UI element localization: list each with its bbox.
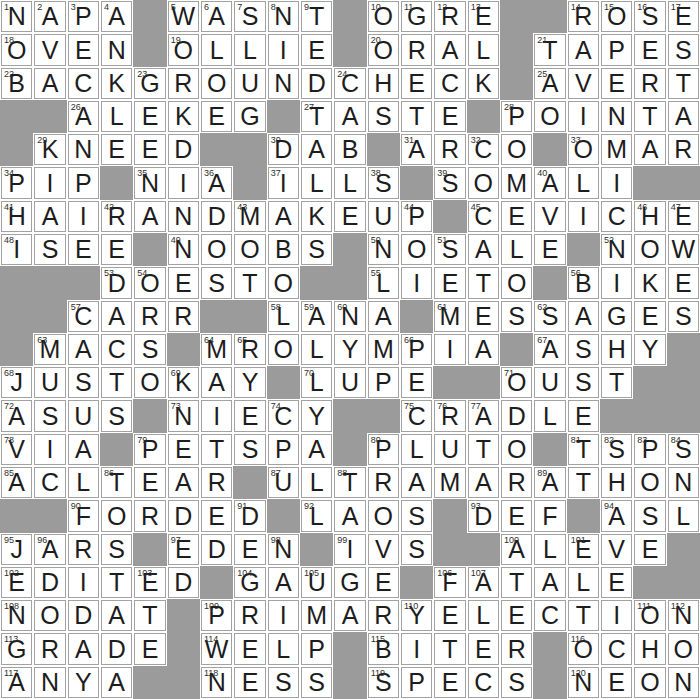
grid-cell-r15c2[interactable]: C xyxy=(34,467,65,498)
grid-cell-r13c14[interactable]: 76R xyxy=(434,400,465,431)
grid-cell-r4c21[interactable]: A xyxy=(668,101,699,132)
grid-cell-r18c19[interactable]: E xyxy=(601,567,632,598)
grid-cell-r14c1[interactable]: 78V xyxy=(1,434,32,465)
grid-cell-r19c11[interactable]: A xyxy=(334,600,365,631)
grid-cell-r4c11[interactable]: A xyxy=(334,101,365,132)
grid-cell-r4c4[interactable]: L xyxy=(101,101,132,132)
grid-cell-r8c8[interactable]: O xyxy=(234,234,265,265)
grid-cell-r21c19[interactable]: E xyxy=(601,667,632,698)
grid-cell-r3c6[interactable]: R xyxy=(168,68,199,99)
grid-cell-r18c6[interactable]: D xyxy=(168,567,199,598)
grid-cell-r15c10[interactable]: L xyxy=(301,467,332,498)
grid-cell-r1c10[interactable]: 9T xyxy=(301,1,332,32)
grid-cell-r20c14[interactable]: T xyxy=(434,633,465,664)
grid-cell-r2c17[interactable]: 21T xyxy=(534,34,565,65)
grid-cell-r12c16[interactable]: 71O xyxy=(501,367,532,398)
grid-cell-r12c18[interactable]: S xyxy=(568,367,599,398)
grid-cell-r10c3[interactable]: 57C xyxy=(68,301,99,332)
grid-cell-r11c10[interactable]: L xyxy=(301,334,332,365)
grid-cell-r5c19[interactable]: M xyxy=(601,134,632,165)
grid-cell-r10c20[interactable]: E xyxy=(634,301,665,332)
grid-cell-r4c17[interactable]: O xyxy=(534,101,565,132)
grid-cell-r12c1[interactable]: 68J xyxy=(1,367,32,398)
grid-cell-r20c1[interactable]: 113G xyxy=(1,633,32,664)
grid-cell-r13c17[interactable]: L xyxy=(534,400,565,431)
grid-cell-r20c12[interactable]: 115B xyxy=(368,633,399,664)
grid-cell-r12c17[interactable]: U xyxy=(534,367,565,398)
grid-cell-r5c20[interactable]: A xyxy=(634,134,665,165)
grid-cell-r4c16[interactable]: 28P xyxy=(501,101,532,132)
grid-cell-r4c14[interactable]: E xyxy=(434,101,465,132)
grid-cell-r17c13[interactable]: S xyxy=(401,534,432,565)
grid-cell-r1c9[interactable]: 8N xyxy=(268,1,299,32)
grid-cell-r7c3[interactable]: I xyxy=(68,201,99,232)
grid-cell-r2c6[interactable]: 19O xyxy=(168,34,199,65)
grid-cell-r4c7[interactable]: E xyxy=(201,101,232,132)
grid-cell-r8c12[interactable]: 50N xyxy=(368,234,399,265)
grid-cell-r17c17[interactable]: L xyxy=(534,534,565,565)
grid-cell-r5c6[interactable]: D xyxy=(168,134,199,165)
grid-cell-r11c15[interactable]: A xyxy=(468,334,499,365)
grid-cell-r14c10[interactable]: A xyxy=(301,434,332,465)
grid-cell-r16c20[interactable]: S xyxy=(634,500,665,531)
grid-cell-r3c2[interactable]: A xyxy=(34,68,65,99)
grid-cell-r17c7[interactable]: D xyxy=(201,534,232,565)
grid-cell-r8c1[interactable]: 48I xyxy=(1,234,32,265)
grid-cell-r9c7[interactable]: S xyxy=(201,267,232,298)
grid-cell-r17c3[interactable]: R xyxy=(68,534,99,565)
grid-cell-r17c19[interactable]: V xyxy=(601,534,632,565)
grid-cell-r9c20[interactable]: K xyxy=(634,267,665,298)
grid-cell-r13c15[interactable]: 77A xyxy=(468,400,499,431)
grid-cell-r20c3[interactable]: A xyxy=(68,633,99,664)
grid-cell-r12c4[interactable]: T xyxy=(101,367,132,398)
grid-cell-r18c10[interactable]: 105U xyxy=(301,567,332,598)
grid-cell-r19c9[interactable]: I xyxy=(268,600,299,631)
grid-cell-r17c11[interactable]: 99I xyxy=(334,534,365,565)
grid-cell-r2c14[interactable]: A xyxy=(434,34,465,65)
grid-cell-r8c20[interactable]: O xyxy=(634,234,665,265)
grid-cell-r7c5[interactable]: A xyxy=(134,201,165,232)
grid-cell-r14c6[interactable]: E xyxy=(168,434,199,465)
grid-cell-r3c1[interactable]: 22B xyxy=(1,68,32,99)
grid-cell-r15c12[interactable]: R xyxy=(368,467,399,498)
grid-cell-r18c18[interactable]: L xyxy=(568,567,599,598)
grid-cell-r20c16[interactable]: R xyxy=(501,633,532,664)
grid-cell-r8c17[interactable]: E xyxy=(534,234,565,265)
grid-cell-r21c8[interactable]: E xyxy=(234,667,265,698)
grid-cell-r2c2[interactable]: V xyxy=(34,34,65,65)
grid-cell-r14c7[interactable]: T xyxy=(201,434,232,465)
grid-cell-r1c1[interactable]: 1N xyxy=(1,1,32,32)
grid-cell-r9c18[interactable]: 56B xyxy=(568,267,599,298)
grid-cell-r13c6[interactable]: 73N xyxy=(168,400,199,431)
grid-cell-r2c9[interactable]: I xyxy=(268,34,299,65)
grid-cell-r16c19[interactable]: 94A xyxy=(601,500,632,531)
grid-cell-r14c8[interactable]: S xyxy=(234,434,265,465)
grid-cell-r15c17[interactable]: 89A xyxy=(534,467,565,498)
grid-cell-r14c9[interactable]: P xyxy=(268,434,299,465)
grid-cell-r13c8[interactable]: E xyxy=(234,400,265,431)
grid-cell-r8c13[interactable]: O xyxy=(401,234,432,265)
grid-cell-r21c14[interactable]: E xyxy=(434,667,465,698)
grid-cell-r5c9[interactable]: 30D xyxy=(268,134,299,165)
grid-cell-r11c11[interactable]: Y xyxy=(334,334,365,365)
grid-cell-r5c4[interactable]: E xyxy=(101,134,132,165)
grid-cell-r7c6[interactable]: N xyxy=(168,201,199,232)
grid-cell-r11c20[interactable]: Y xyxy=(634,334,665,365)
grid-cell-r1c2[interactable]: 2A xyxy=(34,1,65,32)
grid-cell-r6c12[interactable]: 38S xyxy=(368,167,399,198)
grid-cell-r18c16[interactable]: T xyxy=(501,567,532,598)
grid-cell-r5c5[interactable]: E xyxy=(134,134,165,165)
grid-cell-r3c21[interactable]: T xyxy=(668,68,699,99)
grid-cell-r11c14[interactable]: I xyxy=(434,334,465,365)
grid-cell-r15c6[interactable]: A xyxy=(168,467,199,498)
grid-cell-r21c10[interactable]: S xyxy=(301,667,332,698)
grid-cell-r10c12[interactable]: A xyxy=(368,301,399,332)
grid-cell-r7c13[interactable]: 44P xyxy=(401,201,432,232)
grid-cell-r16c6[interactable]: D xyxy=(168,500,199,531)
grid-cell-r3c9[interactable]: N xyxy=(268,68,299,99)
grid-cell-r19c20[interactable]: 111O xyxy=(634,600,665,631)
grid-cell-r2c8[interactable]: L xyxy=(234,34,265,65)
grid-cell-r10c11[interactable]: 60N xyxy=(334,301,365,332)
grid-cell-r13c18[interactable]: E xyxy=(568,400,599,431)
grid-cell-r5c21[interactable]: R xyxy=(668,134,699,165)
grid-cell-r5c11[interactable]: B xyxy=(334,134,365,165)
grid-cell-r8c6[interactable]: 49N xyxy=(168,234,199,265)
grid-cell-r17c12[interactable]: V xyxy=(368,534,399,565)
grid-cell-r11c18[interactable]: S xyxy=(568,334,599,365)
grid-cell-r21c9[interactable]: S xyxy=(268,667,299,698)
grid-cell-r2c3[interactable]: E xyxy=(68,34,99,65)
grid-cell-r17c18[interactable]: 101E xyxy=(568,534,599,565)
grid-cell-r21c2[interactable]: N xyxy=(34,667,65,698)
grid-cell-r7c1[interactable]: 41H xyxy=(1,201,32,232)
grid-cell-r1c20[interactable]: 16S xyxy=(634,1,665,32)
grid-cell-r11c7[interactable]: 64M xyxy=(201,334,232,365)
grid-cell-r1c14[interactable]: 12R xyxy=(434,1,465,32)
grid-cell-r19c21[interactable]: 112N xyxy=(668,600,699,631)
grid-cell-r15c5[interactable]: E xyxy=(134,467,165,498)
grid-cell-r9c19[interactable]: I xyxy=(601,267,632,298)
grid-cell-r13c4[interactable]: S xyxy=(101,400,132,431)
grid-cell-r7c2[interactable]: A xyxy=(34,201,65,232)
grid-cell-r16c3[interactable]: 90F xyxy=(68,500,99,531)
grid-cell-r3c14[interactable]: C xyxy=(434,68,465,99)
grid-cell-r7c9[interactable]: A xyxy=(268,201,299,232)
grid-cell-r12c2[interactable]: U xyxy=(34,367,65,398)
grid-cell-r14c2[interactable]: I xyxy=(34,434,65,465)
grid-cell-r7c15[interactable]: 45C xyxy=(468,201,499,232)
grid-cell-r19c2[interactable]: O xyxy=(34,600,65,631)
grid-cell-r5c2[interactable]: 29K xyxy=(34,134,65,165)
grid-cell-r6c6[interactable]: I xyxy=(168,167,199,198)
grid-cell-r19c19[interactable]: I xyxy=(601,600,632,631)
grid-cell-r8c14[interactable]: 51S xyxy=(434,234,465,265)
grid-cell-r3c4[interactable]: K xyxy=(101,68,132,99)
grid-cell-r6c10[interactable]: L xyxy=(301,167,332,198)
grid-cell-r16c8[interactable]: 91D xyxy=(234,500,265,531)
grid-cell-r14c3[interactable]: A xyxy=(68,434,99,465)
grid-cell-r15c15[interactable]: A xyxy=(468,467,499,498)
grid-cell-r7c19[interactable]: C xyxy=(601,201,632,232)
grid-cell-r10c10[interactable]: 59A xyxy=(301,301,332,332)
grid-cell-r7c17[interactable]: V xyxy=(534,201,565,232)
grid-cell-r10c9[interactable]: 58L xyxy=(268,301,299,332)
grid-cell-r6c11[interactable]: L xyxy=(334,167,365,198)
grid-cell-r3c12[interactable]: H xyxy=(368,68,399,99)
grid-cell-r21c13[interactable]: P xyxy=(401,667,432,698)
grid-cell-r14c19[interactable]: 82S xyxy=(601,434,632,465)
grid-cell-r9c4[interactable]: 53D xyxy=(101,267,132,298)
grid-cell-r1c18[interactable]: 14R xyxy=(568,1,599,32)
grid-cell-r16c5[interactable]: R xyxy=(134,500,165,531)
grid-cell-r10c17[interactable]: 62S xyxy=(534,301,565,332)
grid-cell-r15c7[interactable]: R xyxy=(201,467,232,498)
grid-cell-r18c15[interactable]: 107A xyxy=(468,567,499,598)
grid-cell-r10c16[interactable]: S xyxy=(501,301,532,332)
grid-cell-r10c6[interactable]: R xyxy=(168,301,199,332)
grid-cell-r17c20[interactable]: E xyxy=(634,534,665,565)
grid-cell-r19c10[interactable]: M xyxy=(301,600,332,631)
grid-cell-r15c11[interactable]: 88T xyxy=(334,467,365,498)
grid-cell-r3c3[interactable]: C xyxy=(68,68,99,99)
grid-cell-r15c9[interactable]: 87U xyxy=(268,467,299,498)
grid-cell-r14c14[interactable]: U xyxy=(434,434,465,465)
grid-cell-r20c13[interactable]: I xyxy=(401,633,432,664)
grid-cell-r11c4[interactable]: C xyxy=(101,334,132,365)
grid-cell-r8c2[interactable]: S xyxy=(34,234,65,265)
grid-cell-r19c18[interactable]: T xyxy=(568,600,599,631)
grid-cell-r4c13[interactable]: T xyxy=(401,101,432,132)
grid-cell-r15c3[interactable]: L xyxy=(68,467,99,498)
grid-cell-r3c15[interactable]: K xyxy=(468,68,499,99)
grid-cell-r18c17[interactable]: A xyxy=(534,567,565,598)
grid-cell-r6c1[interactable]: 34P xyxy=(1,167,32,198)
grid-cell-r17c4[interactable]: S xyxy=(101,534,132,565)
grid-cell-r2c19[interactable]: P xyxy=(601,34,632,65)
grid-cell-r15c21[interactable]: N xyxy=(668,467,699,498)
grid-cell-r15c14[interactable]: M xyxy=(434,467,465,498)
grid-cell-r18c12[interactable]: E xyxy=(368,567,399,598)
grid-cell-r4c3[interactable]: 26A xyxy=(68,101,99,132)
grid-cell-r6c7[interactable]: 36A xyxy=(201,167,232,198)
grid-cell-r3c10[interactable]: D xyxy=(301,68,332,99)
grid-cell-r5c15[interactable]: 32C xyxy=(468,134,499,165)
grid-cell-r11c12[interactable]: M xyxy=(368,334,399,365)
grid-cell-r7c18[interactable]: I xyxy=(568,201,599,232)
grid-cell-r19c16[interactable]: E xyxy=(501,600,532,631)
grid-cell-r2c15[interactable]: L xyxy=(468,34,499,65)
grid-cell-r7c8[interactable]: 43M xyxy=(234,201,265,232)
grid-cell-r4c19[interactable]: N xyxy=(601,101,632,132)
grid-cell-r16c13[interactable]: S xyxy=(401,500,432,531)
grid-cell-r8c9[interactable]: B xyxy=(268,234,299,265)
grid-cell-r9c6[interactable]: E xyxy=(168,267,199,298)
grid-cell-r6c17[interactable]: 40A xyxy=(534,167,565,198)
grid-cell-r8c7[interactable]: O xyxy=(201,234,232,265)
grid-cell-r11c5[interactable]: S xyxy=(134,334,165,365)
grid-cell-r11c17[interactable]: 67A xyxy=(534,334,565,365)
grid-cell-r17c8[interactable]: E xyxy=(234,534,265,565)
grid-cell-r5c18[interactable]: 33O xyxy=(568,134,599,165)
grid-cell-r7c4[interactable]: 42R xyxy=(101,201,132,232)
grid-cell-r20c2[interactable]: R xyxy=(34,633,65,664)
grid-cell-r8c16[interactable]: L xyxy=(501,234,532,265)
grid-cell-r6c2[interactable]: I xyxy=(34,167,65,198)
grid-cell-r6c18[interactable]: L xyxy=(568,167,599,198)
grid-cell-r15c13[interactable]: A xyxy=(401,467,432,498)
grid-cell-r19c8[interactable]: R xyxy=(234,600,265,631)
grid-cell-r19c7[interactable]: 109P xyxy=(201,600,232,631)
grid-cell-r14c16[interactable]: O xyxy=(501,434,532,465)
grid-cell-r4c8[interactable]: G xyxy=(234,101,265,132)
grid-cell-r21c20[interactable]: O xyxy=(634,667,665,698)
grid-cell-r16c17[interactable]: F xyxy=(534,500,565,531)
grid-cell-r12c6[interactable]: 69K xyxy=(168,367,199,398)
grid-cell-r8c4[interactable]: E xyxy=(101,234,132,265)
grid-cell-r11c9[interactable]: O xyxy=(268,334,299,365)
grid-cell-r3c11[interactable]: 24C xyxy=(334,68,365,99)
grid-cell-r9c15[interactable]: T xyxy=(468,267,499,298)
grid-cell-r18c3[interactable]: I xyxy=(68,567,99,598)
grid-cell-r15c4[interactable]: 86T xyxy=(101,467,132,498)
grid-cell-r1c12[interactable]: 10O xyxy=(368,1,399,32)
grid-cell-r21c18[interactable]: 120N xyxy=(568,667,599,698)
grid-cell-r21c4[interactable]: A xyxy=(101,667,132,698)
grid-cell-r15c20[interactable]: O xyxy=(634,467,665,498)
grid-cell-r16c4[interactable]: O xyxy=(101,500,132,531)
grid-cell-r14c12[interactable]: 80P xyxy=(368,434,399,465)
grid-cell-r3c5[interactable]: 23G xyxy=(134,68,165,99)
grid-cell-r18c14[interactable]: 106F xyxy=(434,567,465,598)
grid-cell-r13c13[interactable]: 75C xyxy=(401,400,432,431)
grid-cell-r14c20[interactable]: 83P xyxy=(634,434,665,465)
grid-cell-r6c14[interactable]: 39S xyxy=(434,167,465,198)
grid-cell-r11c2[interactable]: 63M xyxy=(34,334,65,365)
grid-cell-r8c15[interactable]: A xyxy=(468,234,499,265)
grid-cell-r3c7[interactable]: O xyxy=(201,68,232,99)
grid-cell-r7c11[interactable]: E xyxy=(334,201,365,232)
grid-cell-r16c12[interactable]: O xyxy=(368,500,399,531)
grid-cell-r21c1[interactable]: 117A xyxy=(1,667,32,698)
grid-cell-r4c12[interactable]: S xyxy=(368,101,399,132)
grid-cell-r12c13[interactable]: E xyxy=(401,367,432,398)
grid-cell-r7c16[interactable]: E xyxy=(501,201,532,232)
grid-cell-r7c10[interactable]: K xyxy=(301,201,332,232)
grid-cell-r20c8[interactable]: E xyxy=(234,633,265,664)
grid-cell-r7c21[interactable]: 47E xyxy=(668,201,699,232)
grid-cell-r12c8[interactable]: Y xyxy=(234,367,265,398)
grid-cell-r16c7[interactable]: E xyxy=(201,500,232,531)
grid-cell-r20c19[interactable]: C xyxy=(601,633,632,664)
grid-cell-r18c1[interactable]: 102E xyxy=(1,567,32,598)
grid-cell-r13c7[interactable]: I xyxy=(201,400,232,431)
grid-cell-r20c21[interactable]: O xyxy=(668,633,699,664)
grid-cell-r18c2[interactable]: D xyxy=(34,567,65,598)
grid-cell-r12c7[interactable]: A xyxy=(201,367,232,398)
grid-cell-r5c3[interactable]: N xyxy=(68,134,99,165)
grid-cell-r2c12[interactable]: 20O xyxy=(368,34,399,65)
grid-cell-r19c15[interactable]: L xyxy=(468,600,499,631)
grid-cell-r15c16[interactable]: R xyxy=(501,467,532,498)
grid-cell-r11c19[interactable]: H xyxy=(601,334,632,365)
grid-cell-r9c9[interactable]: O xyxy=(268,267,299,298)
grid-cell-r16c16[interactable]: E xyxy=(501,500,532,531)
grid-cell-r13c1[interactable]: 72A xyxy=(1,400,32,431)
grid-cell-r1c8[interactable]: 7S xyxy=(234,1,265,32)
grid-cell-r19c12[interactable]: R xyxy=(368,600,399,631)
grid-cell-r4c6[interactable]: K xyxy=(168,101,199,132)
grid-cell-r17c6[interactable]: 97E xyxy=(168,534,199,565)
grid-cell-r20c10[interactable]: P xyxy=(301,633,332,664)
grid-cell-r16c11[interactable]: A xyxy=(334,500,365,531)
grid-cell-r14c13[interactable]: L xyxy=(401,434,432,465)
grid-cell-r18c11[interactable]: G xyxy=(334,567,365,598)
grid-cell-r12c11[interactable]: U xyxy=(334,367,365,398)
grid-cell-r18c8[interactable]: 104G xyxy=(234,567,265,598)
grid-cell-r1c7[interactable]: 6A xyxy=(201,1,232,32)
grid-cell-r10c4[interactable]: A xyxy=(101,301,132,332)
grid-cell-r8c21[interactable]: W xyxy=(668,234,699,265)
grid-cell-r2c10[interactable]: E xyxy=(301,34,332,65)
grid-cell-r10c15[interactable]: E xyxy=(468,301,499,332)
grid-cell-r21c7[interactable]: 118N xyxy=(201,667,232,698)
grid-cell-r2c18[interactable]: A xyxy=(568,34,599,65)
grid-cell-r19c1[interactable]: 108N xyxy=(1,600,32,631)
grid-cell-r10c19[interactable]: G xyxy=(601,301,632,332)
grid-cell-r9c8[interactable]: T xyxy=(234,267,265,298)
grid-cell-r12c12[interactable]: P xyxy=(368,367,399,398)
grid-cell-r15c1[interactable]: 85A xyxy=(1,467,32,498)
grid-cell-r14c21[interactable]: 84S xyxy=(668,434,699,465)
grid-cell-r11c3[interactable]: A xyxy=(68,334,99,365)
grid-cell-r5c16[interactable]: O xyxy=(501,134,532,165)
grid-cell-r20c15[interactable]: E xyxy=(468,633,499,664)
grid-cell-r3c17[interactable]: 25A xyxy=(534,68,565,99)
grid-cell-r14c15[interactable]: T xyxy=(468,434,499,465)
grid-cell-r2c1[interactable]: 18O xyxy=(1,34,32,65)
grid-cell-r4c20[interactable]: T xyxy=(634,101,665,132)
grid-cell-r4c5[interactable]: E xyxy=(134,101,165,132)
grid-cell-r15c18[interactable]: T xyxy=(568,467,599,498)
grid-cell-r6c16[interactable]: M xyxy=(501,167,532,198)
grid-cell-r5c10[interactable]: A xyxy=(301,134,332,165)
grid-cell-r14c18[interactable]: 81T xyxy=(568,434,599,465)
grid-cell-r12c3[interactable]: S xyxy=(68,367,99,398)
grid-cell-r3c18[interactable]: V xyxy=(568,68,599,99)
grid-cell-r20c7[interactable]: 114W xyxy=(201,633,232,664)
grid-cell-r12c5[interactable]: O xyxy=(134,367,165,398)
grid-cell-r20c18[interactable]: 116O xyxy=(568,633,599,664)
grid-cell-r9c5[interactable]: 54O xyxy=(134,267,165,298)
grid-cell-r16c15[interactable]: 93D xyxy=(468,500,499,531)
grid-cell-r7c12[interactable]: U xyxy=(368,201,399,232)
grid-cell-r19c13[interactable]: 110Y xyxy=(401,600,432,631)
grid-cell-r3c19[interactable]: E xyxy=(601,68,632,99)
grid-cell-r21c12[interactable]: 119S xyxy=(368,667,399,698)
grid-cell-r17c2[interactable]: 96A xyxy=(34,534,65,565)
grid-cell-r13c3[interactable]: U xyxy=(68,400,99,431)
grid-cell-r19c14[interactable]: E xyxy=(434,600,465,631)
grid-cell-r1c6[interactable]: 5W xyxy=(168,1,199,32)
grid-cell-r1c13[interactable]: 11G xyxy=(401,1,432,32)
grid-cell-r6c19[interactable]: I xyxy=(601,167,632,198)
grid-cell-r2c7[interactable]: L xyxy=(201,34,232,65)
grid-cell-r1c4[interactable]: 4A xyxy=(101,1,132,32)
